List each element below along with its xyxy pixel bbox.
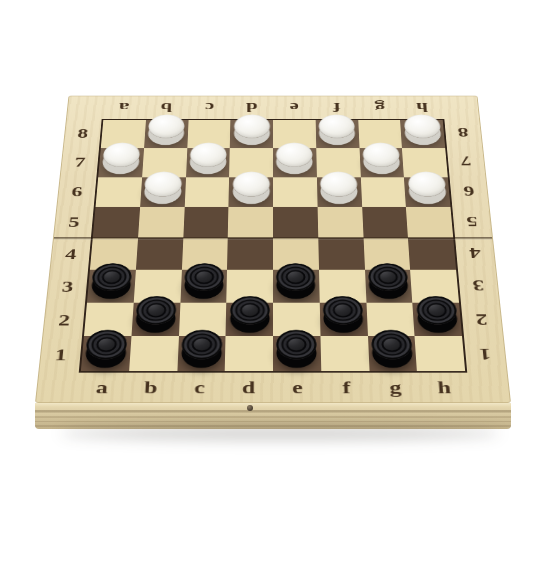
square-b5 xyxy=(138,207,184,238)
square-h6[interactable] xyxy=(404,177,450,207)
rank-label-1: 1 xyxy=(464,337,507,372)
piece-white-g7[interactable] xyxy=(362,143,400,167)
square-c1[interactable] xyxy=(177,336,226,371)
rank-label-7: 7 xyxy=(447,147,485,176)
square-f5 xyxy=(317,207,363,238)
rank-label-6: 6 xyxy=(57,176,96,206)
file-label-g: g xyxy=(370,373,421,403)
square-d2[interactable] xyxy=(226,302,273,336)
piece-white-a7[interactable] xyxy=(103,143,141,167)
rank-label-2: 2 xyxy=(43,303,85,337)
square-e6 xyxy=(273,177,317,207)
square-f1 xyxy=(320,336,369,371)
file-label-d: d xyxy=(224,373,273,403)
file-label-a: a xyxy=(76,373,127,403)
square-d8[interactable] xyxy=(230,120,273,148)
file-label-e: e xyxy=(273,373,322,403)
rank-label-8: 8 xyxy=(444,119,482,147)
piece-white-e7[interactable] xyxy=(276,143,313,167)
file-label-f: f xyxy=(322,373,372,403)
file-labels-top: abcdefgh xyxy=(102,96,445,118)
square-e5[interactable] xyxy=(273,207,318,238)
rank-label-3: 3 xyxy=(47,270,88,303)
square-d6[interactable] xyxy=(229,177,273,207)
piece-white-c7[interactable] xyxy=(190,143,227,167)
checkers-board: abcdefgh abcdefgh 87654321 87654321 xyxy=(35,96,511,403)
piece-black-e1[interactable] xyxy=(277,330,317,359)
piece-white-f6[interactable] xyxy=(320,172,358,197)
file-labels-bottom: abcdefgh xyxy=(76,373,470,403)
square-h5 xyxy=(406,207,453,238)
square-g5[interactable] xyxy=(362,207,408,238)
square-a6 xyxy=(96,177,142,207)
square-c7[interactable] xyxy=(186,148,230,177)
file-label-c: c xyxy=(175,373,225,403)
hinge-screw-icon xyxy=(247,405,253,411)
square-b4[interactable] xyxy=(136,238,183,270)
square-b2[interactable] xyxy=(131,302,180,336)
piece-black-a3[interactable] xyxy=(92,264,133,291)
board-grid xyxy=(79,119,468,373)
square-f6[interactable] xyxy=(317,177,362,207)
piece-black-g1[interactable] xyxy=(371,330,413,359)
square-e1[interactable] xyxy=(273,336,321,371)
square-g3[interactable] xyxy=(365,270,413,303)
square-h1 xyxy=(415,336,465,371)
piece-white-f8[interactable] xyxy=(319,115,356,138)
square-a3[interactable] xyxy=(87,270,136,303)
square-c3[interactable] xyxy=(180,270,227,303)
piece-white-h8[interactable] xyxy=(403,115,441,138)
square-a7[interactable] xyxy=(98,148,144,177)
piece-black-c1[interactable] xyxy=(181,330,222,359)
rank-label-2: 2 xyxy=(461,303,503,337)
piece-black-b2[interactable] xyxy=(136,296,177,324)
square-h8[interactable] xyxy=(400,120,445,148)
square-e3[interactable] xyxy=(273,270,319,303)
piece-black-f2[interactable] xyxy=(323,296,363,324)
piece-black-e3[interactable] xyxy=(277,264,316,291)
square-h2[interactable] xyxy=(412,302,462,336)
piece-white-h6[interactable] xyxy=(407,172,446,197)
rank-label-7: 7 xyxy=(61,147,99,176)
square-b1 xyxy=(129,336,179,371)
rank-label-1: 1 xyxy=(39,337,82,372)
square-d4[interactable] xyxy=(227,238,273,270)
square-g1[interactable] xyxy=(368,336,418,371)
square-b6[interactable] xyxy=(140,177,186,207)
rank-label-4: 4 xyxy=(455,238,495,270)
square-c6 xyxy=(184,177,229,207)
rank-label-5: 5 xyxy=(452,207,492,238)
square-a1[interactable] xyxy=(81,336,131,371)
rank-label-5: 5 xyxy=(54,207,94,238)
piece-white-b6[interactable] xyxy=(144,172,182,197)
board-front-edge xyxy=(35,403,511,429)
square-d5 xyxy=(228,207,273,238)
rank-label-3: 3 xyxy=(458,270,499,303)
rank-label-4: 4 xyxy=(50,238,90,270)
piece-white-b8[interactable] xyxy=(148,115,185,138)
square-c5[interactable] xyxy=(183,207,229,238)
square-f4[interactable] xyxy=(318,238,364,270)
square-h4[interactable] xyxy=(408,238,456,270)
board-shadow xyxy=(60,427,500,440)
file-label-b: b xyxy=(125,373,176,403)
file-label-g: g xyxy=(358,96,402,118)
piece-black-g3[interactable] xyxy=(368,264,408,291)
file-label-a: a xyxy=(102,96,146,118)
board-scene: abcdefgh abcdefgh 87654321 87654321 xyxy=(35,0,511,403)
piece-white-d8[interactable] xyxy=(234,115,270,138)
square-d1 xyxy=(225,336,273,371)
file-label-h: h xyxy=(419,373,470,403)
square-e7[interactable] xyxy=(273,148,317,177)
square-a5[interactable] xyxy=(93,207,140,238)
file-label-c: c xyxy=(187,96,230,118)
page-background: abcdefgh abcdefgh 87654321 87654321 xyxy=(0,0,534,563)
rank-label-8: 8 xyxy=(64,119,102,147)
piece-white-d6[interactable] xyxy=(232,172,269,197)
square-g7[interactable] xyxy=(359,148,404,177)
fold-seam xyxy=(54,237,492,240)
piece-black-c3[interactable] xyxy=(184,264,224,291)
piece-black-d2[interactable] xyxy=(230,296,270,324)
square-f2[interactable] xyxy=(319,302,367,336)
square-f8[interactable] xyxy=(315,120,359,148)
piece-black-a1[interactable] xyxy=(86,330,128,359)
rank-label-6: 6 xyxy=(450,176,489,206)
square-b8[interactable] xyxy=(144,120,188,148)
square-g6 xyxy=(360,177,406,207)
file-label-e: e xyxy=(273,96,316,118)
